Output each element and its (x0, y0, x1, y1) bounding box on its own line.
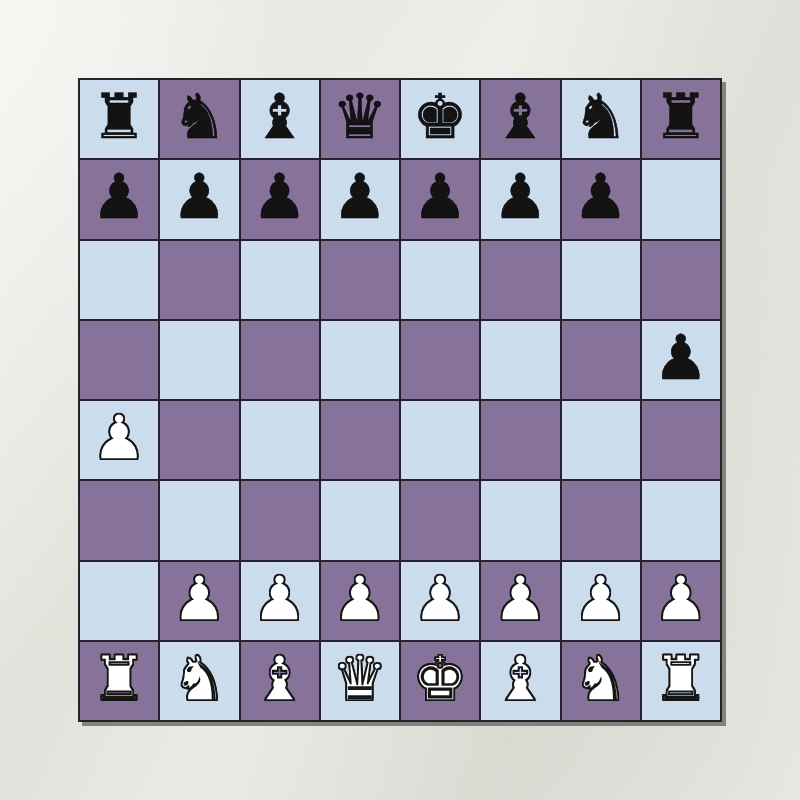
piece-black-pawn: ♟ (493, 166, 549, 228)
square-g2[interactable]: ♟ (562, 562, 640, 640)
piece-black-knight: ♞ (573, 86, 629, 148)
square-c2[interactable]: ♟ (241, 562, 319, 640)
piece-white-rook: ♜ (653, 648, 709, 710)
square-b4[interactable] (160, 401, 238, 479)
square-d5[interactable] (321, 321, 399, 399)
square-e5[interactable] (401, 321, 479, 399)
square-f5[interactable] (481, 321, 559, 399)
square-b5[interactable] (160, 321, 238, 399)
square-e4[interactable] (401, 401, 479, 479)
piece-black-rook: ♜ (91, 86, 147, 148)
piece-white-pawn: ♟ (252, 568, 308, 630)
square-d3[interactable] (321, 481, 399, 559)
square-h2[interactable]: ♟ (642, 562, 720, 640)
piece-white-bishop: ♝ (252, 648, 308, 710)
piece-black-pawn: ♟ (412, 166, 468, 228)
piece-white-pawn: ♟ (493, 568, 549, 630)
square-e8[interactable]: ♚ (401, 80, 479, 158)
square-h1[interactable]: ♜ (642, 642, 720, 720)
square-g8[interactable]: ♞ (562, 80, 640, 158)
square-g3[interactable] (562, 481, 640, 559)
piece-white-queen: ♛ (332, 648, 388, 710)
square-a5[interactable] (80, 321, 158, 399)
square-e3[interactable] (401, 481, 479, 559)
square-d6[interactable] (321, 241, 399, 319)
piece-white-king: ♚ (412, 648, 468, 710)
square-a2[interactable] (80, 562, 158, 640)
square-g6[interactable] (562, 241, 640, 319)
square-b2[interactable]: ♟ (160, 562, 238, 640)
piece-black-pawn: ♟ (332, 166, 388, 228)
piece-black-rook: ♜ (653, 86, 709, 148)
piece-white-pawn: ♟ (412, 568, 468, 630)
square-h4[interactable] (642, 401, 720, 479)
square-d4[interactable] (321, 401, 399, 479)
piece-white-pawn: ♟ (91, 407, 147, 469)
square-f7[interactable]: ♟ (481, 160, 559, 238)
square-d1[interactable]: ♛ (321, 642, 399, 720)
piece-black-pawn: ♟ (252, 166, 308, 228)
page-background: { "game": "chess", "position": { "fen": … (0, 0, 800, 800)
piece-black-pawn: ♟ (172, 166, 228, 228)
square-b1[interactable]: ♞ (160, 642, 238, 720)
square-b3[interactable] (160, 481, 238, 559)
piece-white-pawn: ♟ (332, 568, 388, 630)
square-b6[interactable] (160, 241, 238, 319)
square-g1[interactable]: ♞ (562, 642, 640, 720)
square-f2[interactable]: ♟ (481, 562, 559, 640)
piece-white-rook: ♜ (91, 648, 147, 710)
square-f4[interactable] (481, 401, 559, 479)
square-g7[interactable]: ♟ (562, 160, 640, 238)
square-h5[interactable]: ♟ (642, 321, 720, 399)
piece-black-queen: ♛ (332, 86, 388, 148)
square-c5[interactable] (241, 321, 319, 399)
square-d8[interactable]: ♛ (321, 80, 399, 158)
piece-white-pawn: ♟ (573, 568, 629, 630)
piece-black-pawn: ♟ (573, 166, 629, 228)
square-g5[interactable] (562, 321, 640, 399)
square-a1[interactable]: ♜ (80, 642, 158, 720)
square-h6[interactable] (642, 241, 720, 319)
piece-white-pawn: ♟ (653, 568, 709, 630)
square-e2[interactable]: ♟ (401, 562, 479, 640)
square-a6[interactable] (80, 241, 158, 319)
chess-board: ♜♞♝♛♚♝♞♜♟♟♟♟♟♟♟♟♟♟♟♟♟♟♟♟♜♞♝♛♚♝♞♜ (78, 78, 722, 722)
piece-black-pawn: ♟ (91, 166, 147, 228)
piece-white-bishop: ♝ (493, 648, 549, 710)
square-h7[interactable] (642, 160, 720, 238)
square-f1[interactable]: ♝ (481, 642, 559, 720)
piece-white-knight: ♞ (573, 648, 629, 710)
square-a3[interactable] (80, 481, 158, 559)
square-f8[interactable]: ♝ (481, 80, 559, 158)
piece-black-knight: ♞ (172, 86, 228, 148)
square-a4[interactable]: ♟ (80, 401, 158, 479)
piece-black-bishop: ♝ (252, 86, 308, 148)
square-c7[interactable]: ♟ (241, 160, 319, 238)
square-h8[interactable]: ♜ (642, 80, 720, 158)
square-a7[interactable]: ♟ (80, 160, 158, 238)
square-g4[interactable] (562, 401, 640, 479)
square-e1[interactable]: ♚ (401, 642, 479, 720)
square-d2[interactable]: ♟ (321, 562, 399, 640)
square-c1[interactable]: ♝ (241, 642, 319, 720)
piece-white-knight: ♞ (172, 648, 228, 710)
piece-black-king: ♚ (412, 86, 468, 148)
square-a8[interactable]: ♜ (80, 80, 158, 158)
square-h3[interactable] (642, 481, 720, 559)
square-e6[interactable] (401, 241, 479, 319)
piece-white-pawn: ♟ (172, 568, 228, 630)
square-f6[interactable] (481, 241, 559, 319)
square-f3[interactable] (481, 481, 559, 559)
square-c3[interactable] (241, 481, 319, 559)
square-b8[interactable]: ♞ (160, 80, 238, 158)
square-c8[interactable]: ♝ (241, 80, 319, 158)
square-d7[interactable]: ♟ (321, 160, 399, 238)
square-c6[interactable] (241, 241, 319, 319)
square-b7[interactable]: ♟ (160, 160, 238, 238)
square-e7[interactable]: ♟ (401, 160, 479, 238)
piece-black-pawn: ♟ (653, 327, 709, 389)
piece-black-bishop: ♝ (493, 86, 549, 148)
square-c4[interactable] (241, 401, 319, 479)
